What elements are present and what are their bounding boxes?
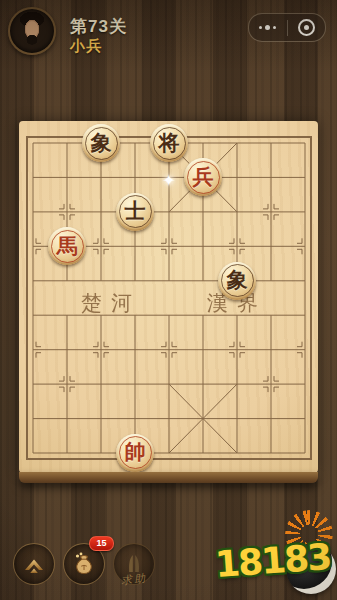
wechat-capsule [248,13,326,42]
board-rim [19,472,318,483]
three-dots-icon [259,25,276,30]
money-bag-icon [71,551,97,577]
collapse-button[interactable] [13,543,55,585]
piece-black-elephant-left[interactable]: 象 [82,124,120,162]
top-bar: 第73关 小兵 [0,0,337,60]
xiangqi-board[interactable]: 楚河 漢界 象将兵士馬象帥✦ [19,121,318,473]
player-avatar[interactable] [8,7,56,55]
help-button[interactable] [113,543,155,585]
praying-hands-icon [122,552,146,576]
chevron-up-icon [21,551,47,577]
player-name: 小兵 [70,37,102,56]
circled-dot-icon [298,19,315,36]
level-title: 第73关 [70,15,127,38]
rewards-badge: 15 [89,536,114,551]
exit-button[interactable] [288,14,326,41]
piece-red-general[interactable]: 帥 [116,434,154,472]
board-grid [19,121,318,473]
river-label-left: 楚河 [81,289,141,317]
game-screen: 第73关 小兵 [0,0,337,600]
piece-black-elephant-right[interactable]: 象 [218,262,256,300]
piece-black-general[interactable]: 将 [150,124,188,162]
bottom-toolbar: 15 求助 [0,530,337,600]
more-button[interactable] [249,14,287,41]
piece-black-advisor[interactable]: 士 [116,193,154,231]
